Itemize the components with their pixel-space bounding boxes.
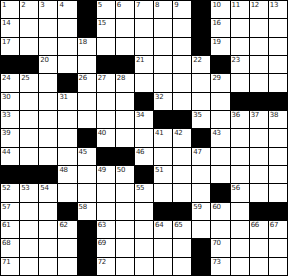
- cell-r5c7[interactable]: 28: [116, 74, 134, 91]
- cell-r12c3[interactable]: [39, 203, 57, 220]
- cell-r12c2[interactable]: [20, 203, 38, 220]
- cell-r7c7[interactable]: [116, 111, 134, 128]
- cell-r9c14[interactable]: [250, 148, 268, 165]
- cell-r15c7[interactable]: [116, 258, 134, 275]
- cell-r2c12[interactable]: 16: [211, 19, 229, 36]
- cell-r2c13[interactable]: [231, 19, 249, 36]
- cell-r6c9[interactable]: 32: [154, 93, 172, 110]
- cell-r12c13[interactable]: [231, 203, 249, 220]
- clue-number: 47: [193, 148, 201, 156]
- cell-r2c15[interactable]: [269, 19, 287, 36]
- cell-r5c14[interactable]: [250, 74, 268, 91]
- cell-r15c15[interactable]: [269, 258, 287, 275]
- clue-number: 65: [174, 221, 182, 229]
- cell-r13c3[interactable]: [39, 221, 57, 238]
- clue-number: 40: [98, 129, 106, 137]
- clue-number: 33: [2, 111, 10, 119]
- block-r10c8: [135, 166, 153, 183]
- cell-r1c7[interactable]: 6: [116, 1, 134, 18]
- cell-r9c1[interactable]: 44: [1, 148, 19, 165]
- block-r4c6: [97, 56, 115, 73]
- cell-r2c4[interactable]: [58, 19, 76, 36]
- cell-r8c9[interactable]: 41: [154, 129, 172, 146]
- clue-number: 58: [79, 203, 87, 211]
- cell-r6c6[interactable]: [97, 93, 115, 110]
- block-r9c6: [97, 148, 115, 165]
- cell-r13c14[interactable]: 66: [250, 221, 268, 238]
- cell-r13c15[interactable]: 67: [269, 221, 287, 238]
- cell-r9c8[interactable]: 46: [135, 148, 153, 165]
- cell-r11c6[interactable]: [97, 184, 115, 201]
- cell-r11c1[interactable]: 52: [1, 184, 19, 201]
- cell-r1c2[interactable]: 2: [20, 1, 38, 18]
- clue-number: 22: [193, 56, 201, 64]
- block-r2c5: [78, 19, 96, 36]
- cell-r6c7[interactable]: [116, 93, 134, 110]
- cell-r1c10[interactable]: 9: [173, 1, 191, 18]
- clue-number: 24: [2, 74, 10, 82]
- cell-r7c3[interactable]: [39, 111, 57, 128]
- cell-r10c11[interactable]: [192, 166, 210, 183]
- cell-r6c10[interactable]: [173, 93, 191, 110]
- cell-r10c9[interactable]: 51: [154, 166, 172, 183]
- cell-r1c1[interactable]: 1: [1, 1, 19, 18]
- crossword-grid: 1234567891011121314151617181920212223242…: [0, 0, 288, 276]
- clue-number: 36: [232, 111, 240, 119]
- clue-number: 13: [270, 1, 278, 9]
- clue-number: 70: [212, 239, 220, 247]
- cell-r7c6[interactable]: [97, 111, 115, 128]
- cell-r11c15[interactable]: [269, 184, 287, 201]
- clue-number: 9: [174, 1, 178, 9]
- cell-r12c6[interactable]: [97, 203, 115, 220]
- cell-r9c2[interactable]: [20, 148, 38, 165]
- clue-number: 26: [79, 74, 87, 82]
- block-r4c1: [1, 56, 19, 73]
- clue-number: 62: [59, 221, 67, 229]
- cell-r4c3[interactable]: 20: [39, 56, 57, 73]
- cell-r13c9[interactable]: 64: [154, 221, 172, 238]
- cell-r10c13[interactable]: [231, 166, 249, 183]
- clue-number: 11: [232, 1, 240, 9]
- cell-r5c15[interactable]: [269, 74, 287, 91]
- cell-r7c15[interactable]: 38: [269, 111, 287, 128]
- block-r7c9: [154, 111, 172, 128]
- clue-number: 18: [79, 38, 87, 46]
- cell-r3c15[interactable]: [269, 38, 287, 55]
- clue-number: 61: [2, 221, 10, 229]
- cell-r8c12[interactable]: 43: [211, 129, 229, 146]
- cell-r11c9[interactable]: [154, 184, 172, 201]
- block-r10c3: [39, 166, 57, 183]
- cell-r10c10[interactable]: [173, 166, 191, 183]
- clue-number: 19: [212, 38, 220, 46]
- block-r3c11: [192, 38, 210, 55]
- block-r13c5: [78, 221, 96, 238]
- clue-number: 10: [212, 1, 220, 9]
- block-r9c7: [116, 148, 134, 165]
- cell-r2c6[interactable]: 15: [97, 19, 115, 36]
- cell-r14c9[interactable]: [154, 239, 172, 256]
- cell-r4c5[interactable]: [78, 56, 96, 73]
- clue-number: 53: [21, 184, 29, 192]
- cell-r8c13[interactable]: [231, 129, 249, 146]
- block-r8c11: [192, 129, 210, 146]
- cell-r6c3[interactable]: [39, 93, 57, 110]
- cell-r3c4[interactable]: [58, 38, 76, 55]
- block-r12c14: [250, 203, 268, 220]
- cell-r15c10[interactable]: [173, 258, 191, 275]
- cell-r8c2[interactable]: [20, 129, 38, 146]
- cell-r2c9[interactable]: [154, 19, 172, 36]
- clue-number: 35: [193, 111, 201, 119]
- cell-r10c6[interactable]: 49: [97, 166, 115, 183]
- clue-number: 12: [251, 1, 259, 9]
- clue-number: 51: [155, 166, 163, 174]
- clue-number: 71: [2, 258, 10, 266]
- cell-r9c15[interactable]: [269, 148, 287, 165]
- cell-r3c5[interactable]: 18: [78, 38, 96, 55]
- cell-r1c6[interactable]: 5: [97, 1, 115, 18]
- cell-r11c2[interactable]: 53: [20, 184, 38, 201]
- cell-r11c4[interactable]: [58, 184, 76, 201]
- cell-r15c4[interactable]: [58, 258, 76, 275]
- cell-r7c13[interactable]: 36: [231, 111, 249, 128]
- cell-r2c8[interactable]: [135, 19, 153, 36]
- cell-r11c5[interactable]: [78, 184, 96, 201]
- cell-r14c1[interactable]: 68: [1, 239, 19, 256]
- cell-r7c12[interactable]: [211, 111, 229, 128]
- clue-number: 44: [2, 148, 10, 156]
- cell-r15c14[interactable]: [250, 258, 268, 275]
- cell-r9c13[interactable]: [231, 148, 249, 165]
- cell-r5c2[interactable]: 25: [20, 74, 38, 91]
- block-r7c10: [173, 111, 191, 128]
- clue-number: 73: [212, 258, 220, 266]
- cell-r14c8[interactable]: [135, 239, 153, 256]
- clue-number: 66: [251, 221, 259, 229]
- cell-r9c11[interactable]: 47: [192, 148, 210, 165]
- clue-number: 52: [2, 184, 10, 192]
- cell-r4c14[interactable]: [250, 56, 268, 73]
- clue-number: 60: [212, 203, 220, 211]
- clue-number: 8: [155, 1, 159, 9]
- clue-number: 5: [98, 1, 102, 9]
- cell-r7c14[interactable]: 37: [250, 111, 268, 128]
- cell-r15c2[interactable]: [20, 258, 38, 275]
- block-r1c5: [78, 1, 96, 18]
- cell-r5c10[interactable]: [173, 74, 191, 91]
- cell-r6c1[interactable]: 30: [1, 93, 19, 110]
- cell-r6c11[interactable]: [192, 93, 210, 110]
- cell-r12c11[interactable]: 59: [192, 203, 210, 220]
- clue-number: 67: [270, 221, 278, 229]
- clue-number: 16: [212, 19, 220, 27]
- block-r6c14: [250, 93, 268, 110]
- block-r8c5: [78, 129, 96, 146]
- block-r12c4: [58, 203, 76, 220]
- clue-number: 21: [136, 56, 144, 64]
- block-r14c11: [192, 239, 210, 256]
- cell-r9c12[interactable]: [211, 148, 229, 165]
- cell-r11c14[interactable]: [250, 184, 268, 201]
- cell-r5c13[interactable]: [231, 74, 249, 91]
- clue-number: 2: [21, 1, 25, 9]
- clue-number: 43: [212, 129, 220, 137]
- cell-r15c9[interactable]: [154, 258, 172, 275]
- cell-r9c9[interactable]: [154, 148, 172, 165]
- cell-r14c6[interactable]: 69: [97, 239, 115, 256]
- cell-r5c9[interactable]: [154, 74, 172, 91]
- cell-r4c4[interactable]: [58, 56, 76, 73]
- cell-r1c12[interactable]: 10: [211, 1, 229, 18]
- block-r2c11: [192, 19, 210, 36]
- block-r5c4: [58, 74, 76, 91]
- cell-r9c5[interactable]: 45: [78, 148, 96, 165]
- clue-number: 6: [117, 1, 121, 9]
- cell-r12c8[interactable]: [135, 203, 153, 220]
- clue-number: 63: [98, 221, 106, 229]
- cell-r4c13[interactable]: 23: [231, 56, 249, 73]
- block-r12c15: [269, 203, 287, 220]
- clue-number: 54: [40, 184, 48, 192]
- cell-r14c4[interactable]: [58, 239, 76, 256]
- clue-number: 14: [2, 19, 10, 27]
- clue-number: 59: [193, 203, 201, 211]
- cell-r7c2[interactable]: [20, 111, 38, 128]
- cell-r8c7[interactable]: [116, 129, 134, 146]
- clue-number: 30: [2, 93, 10, 101]
- cell-r15c12[interactable]: 73: [211, 258, 229, 275]
- clue-number: 17: [2, 38, 10, 46]
- cell-r10c15[interactable]: [269, 166, 287, 183]
- clue-number: 3: [40, 1, 44, 9]
- block-r15c5: [78, 258, 96, 275]
- cell-r13c11[interactable]: [192, 221, 210, 238]
- clue-number: 48: [59, 166, 67, 174]
- cell-r10c7[interactable]: 50: [116, 166, 134, 183]
- cell-r3c9[interactable]: [154, 38, 172, 55]
- block-r10c2: [20, 166, 38, 183]
- cell-r1c15[interactable]: 13: [269, 1, 287, 18]
- clue-number: 37: [251, 111, 259, 119]
- cell-r3c10[interactable]: [173, 38, 191, 55]
- block-r4c2: [20, 56, 38, 73]
- clue-number: 50: [117, 166, 125, 174]
- cell-r14c10[interactable]: [173, 239, 191, 256]
- cell-r3c8[interactable]: [135, 38, 153, 55]
- clue-number: 55: [136, 184, 144, 192]
- cell-r10c4[interactable]: 48: [58, 166, 76, 183]
- clue-number: 69: [98, 239, 106, 247]
- block-r14c5: [78, 239, 96, 256]
- cell-r13c13[interactable]: [231, 221, 249, 238]
- clue-number: 41: [155, 129, 163, 137]
- cell-r2c14[interactable]: [250, 19, 268, 36]
- cell-r4c8[interactable]: 21: [135, 56, 153, 73]
- block-r12c9: [154, 203, 172, 220]
- cell-r12c5[interactable]: 58: [78, 203, 96, 220]
- cell-r15c1[interactable]: 71: [1, 258, 19, 275]
- clue-number: 68: [2, 239, 10, 247]
- cell-r5c11[interactable]: [192, 74, 210, 91]
- cell-r11c10[interactable]: [173, 184, 191, 201]
- clue-number: 42: [174, 129, 182, 137]
- block-r12c10: [173, 203, 191, 220]
- cell-r9c4[interactable]: [58, 148, 76, 165]
- cell-r11c13[interactable]: 56: [231, 184, 249, 201]
- cell-r2c10[interactable]: [173, 19, 191, 36]
- cell-r14c15[interactable]: [269, 239, 287, 256]
- cell-r6c12[interactable]: [211, 93, 229, 110]
- cell-r3c13[interactable]: [231, 38, 249, 55]
- cell-r8c8[interactable]: [135, 129, 153, 146]
- cell-r6c4[interactable]: 31: [58, 93, 76, 110]
- cell-r8c1[interactable]: 39: [1, 129, 19, 146]
- cell-r14c7[interactable]: [116, 239, 134, 256]
- cell-r8c15[interactable]: [269, 129, 287, 146]
- cell-r13c4[interactable]: 62: [58, 221, 76, 238]
- clue-number: 23: [232, 56, 240, 64]
- clue-number: 15: [98, 19, 106, 27]
- cell-r1c9[interactable]: 8: [154, 1, 172, 18]
- cell-r11c7[interactable]: [116, 184, 134, 201]
- block-r6c8: [135, 93, 153, 110]
- cell-r13c8[interactable]: [135, 221, 153, 238]
- cell-r3c2[interactable]: [20, 38, 38, 55]
- clue-number: 4: [59, 1, 63, 9]
- block-r4c7: [116, 56, 134, 73]
- cell-r1c14[interactable]: 12: [250, 1, 268, 18]
- block-r1c11: [192, 1, 210, 18]
- cell-r6c5[interactable]: [78, 93, 96, 110]
- cell-r8c6[interactable]: 40: [97, 129, 115, 146]
- cell-r9c3[interactable]: [39, 148, 57, 165]
- cell-r3c1[interactable]: 17: [1, 38, 19, 55]
- clue-number: 27: [98, 74, 106, 82]
- cell-r1c4[interactable]: 4: [58, 1, 76, 18]
- cell-r2c7[interactable]: [116, 19, 134, 36]
- cell-r5c3[interactable]: [39, 74, 57, 91]
- clue-number: 72: [98, 258, 106, 266]
- block-r4c12: [211, 56, 229, 73]
- cell-r7c11[interactable]: 35: [192, 111, 210, 128]
- cell-r1c8[interactable]: 7: [135, 1, 153, 18]
- cell-r2c1[interactable]: 14: [1, 19, 19, 36]
- cell-r13c7[interactable]: [116, 221, 134, 238]
- clue-number: 49: [98, 166, 106, 174]
- cell-r5c5[interactable]: 26: [78, 74, 96, 91]
- cell-r8c10[interactable]: 42: [173, 129, 191, 146]
- cell-r7c4[interactable]: [58, 111, 76, 128]
- clue-number: 32: [155, 93, 163, 101]
- cell-r3c7[interactable]: [116, 38, 134, 55]
- clue-number: 46: [136, 148, 144, 156]
- cell-r14c14[interactable]: [250, 239, 268, 256]
- cell-r5c6[interactable]: 27: [97, 74, 115, 91]
- cell-r13c2[interactable]: [20, 221, 38, 238]
- clue-number: 20: [40, 56, 48, 64]
- cell-r13c1[interactable]: 61: [1, 221, 19, 238]
- cell-r4c9[interactable]: [154, 56, 172, 73]
- clue-number: 7: [136, 1, 140, 9]
- cell-r15c13[interactable]: [231, 258, 249, 275]
- cell-r4c10[interactable]: [173, 56, 191, 73]
- cell-r12c1[interactable]: 57: [1, 203, 19, 220]
- cell-r5c8[interactable]: [135, 74, 153, 91]
- clue-number: 25: [21, 74, 29, 82]
- cell-r14c13[interactable]: [231, 239, 249, 256]
- cell-r7c8[interactable]: 34: [135, 111, 153, 128]
- cell-r15c8[interactable]: [135, 258, 153, 275]
- cell-r13c6[interactable]: 63: [97, 221, 115, 238]
- cell-r1c3[interactable]: 3: [39, 1, 57, 18]
- block-r6c13: [231, 93, 249, 110]
- clue-number: 39: [2, 129, 10, 137]
- cell-r11c11[interactable]: [192, 184, 210, 201]
- cell-r13c10[interactable]: 65: [173, 221, 191, 238]
- cell-r11c3[interactable]: 54: [39, 184, 57, 201]
- cell-r8c14[interactable]: [250, 129, 268, 146]
- cell-r7c5[interactable]: [78, 111, 96, 128]
- clue-number: 34: [136, 111, 144, 119]
- cell-r10c14[interactable]: [250, 166, 268, 183]
- cell-r10c5[interactable]: [78, 166, 96, 183]
- cell-r14c3[interactable]: [39, 239, 57, 256]
- clue-number: 64: [155, 221, 163, 229]
- cell-r12c7[interactable]: [116, 203, 134, 220]
- cell-r15c3[interactable]: [39, 258, 57, 275]
- clue-number: 1: [2, 1, 6, 9]
- cell-r3c12[interactable]: 19: [211, 38, 229, 55]
- cell-r1c13[interactable]: 11: [231, 1, 249, 18]
- block-r6c15: [269, 93, 287, 110]
- clue-number: 56: [232, 184, 240, 192]
- cell-r2c3[interactable]: [39, 19, 57, 36]
- cell-r15c6[interactable]: 72: [97, 258, 115, 275]
- cell-r3c6[interactable]: [97, 38, 115, 55]
- cell-r9c10[interactable]: [173, 148, 191, 165]
- cell-r5c12[interactable]: 29: [211, 74, 229, 91]
- cell-r14c2[interactable]: [20, 239, 38, 256]
- cell-r2c2[interactable]: [20, 19, 38, 36]
- clue-number: 38: [270, 111, 278, 119]
- cell-r12c12[interactable]: 60: [211, 203, 229, 220]
- cell-r3c14[interactable]: [250, 38, 268, 55]
- cell-r4c15[interactable]: [269, 56, 287, 73]
- cell-r5c1[interactable]: 24: [1, 74, 19, 91]
- clue-number: 29: [212, 74, 220, 82]
- cell-r8c4[interactable]: [58, 129, 76, 146]
- clue-number: 45: [79, 148, 87, 156]
- cell-r8c3[interactable]: [39, 129, 57, 146]
- cell-r14c12[interactable]: 70: [211, 239, 229, 256]
- cell-r11c8[interactable]: 55: [135, 184, 153, 201]
- block-r11c12: [211, 184, 229, 201]
- block-r15c11: [192, 258, 210, 275]
- block-r10c1: [1, 166, 19, 183]
- cell-r13c12[interactable]: [211, 221, 229, 238]
- cell-r7c1[interactable]: 33: [1, 111, 19, 128]
- cell-r4c11[interactable]: 22: [192, 56, 210, 73]
- clue-number: 31: [59, 93, 67, 101]
- cell-r6c2[interactable]: [20, 93, 38, 110]
- clue-number: 57: [2, 203, 10, 211]
- cell-r3c3[interactable]: [39, 38, 57, 55]
- clue-number: 28: [117, 74, 125, 82]
- cell-r10c12[interactable]: [211, 166, 229, 183]
